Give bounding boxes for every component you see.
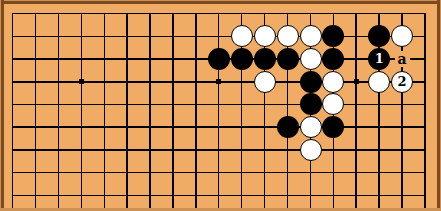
stone-black [254, 48, 276, 70]
stone-black [322, 25, 344, 47]
stone-white [300, 25, 322, 47]
stone-white [391, 25, 413, 47]
star-point [79, 79, 84, 84]
stone-white [322, 71, 344, 93]
star-point [354, 79, 359, 84]
stone-white-move-2: 2 [391, 71, 413, 93]
go-board-diagram: 12a [0, 0, 441, 211]
stones-layer: 12a [2, 2, 437, 206]
stone-black [322, 116, 344, 138]
stone-white [277, 25, 299, 47]
stone-black [300, 93, 322, 115]
board-border-right [437, 0, 441, 211]
stone-black [277, 48, 299, 70]
stone-black [368, 25, 390, 47]
stone-white [322, 93, 344, 115]
stone-white [300, 48, 322, 70]
stone-white [300, 139, 322, 161]
stone-white [254, 25, 276, 47]
stone-black [208, 48, 230, 70]
star-point [216, 79, 221, 84]
stone-white [231, 25, 253, 47]
point-label-a: a [395, 51, 410, 67]
stone-black [231, 48, 253, 70]
stone-white [254, 71, 276, 93]
stone-black [300, 71, 322, 93]
stone-black [322, 48, 344, 70]
stone-black [277, 116, 299, 138]
stone-white [368, 71, 390, 93]
stone-white [300, 116, 322, 138]
stone-black-move-1: 1 [368, 48, 390, 70]
board-border-bottom [0, 208, 441, 211]
